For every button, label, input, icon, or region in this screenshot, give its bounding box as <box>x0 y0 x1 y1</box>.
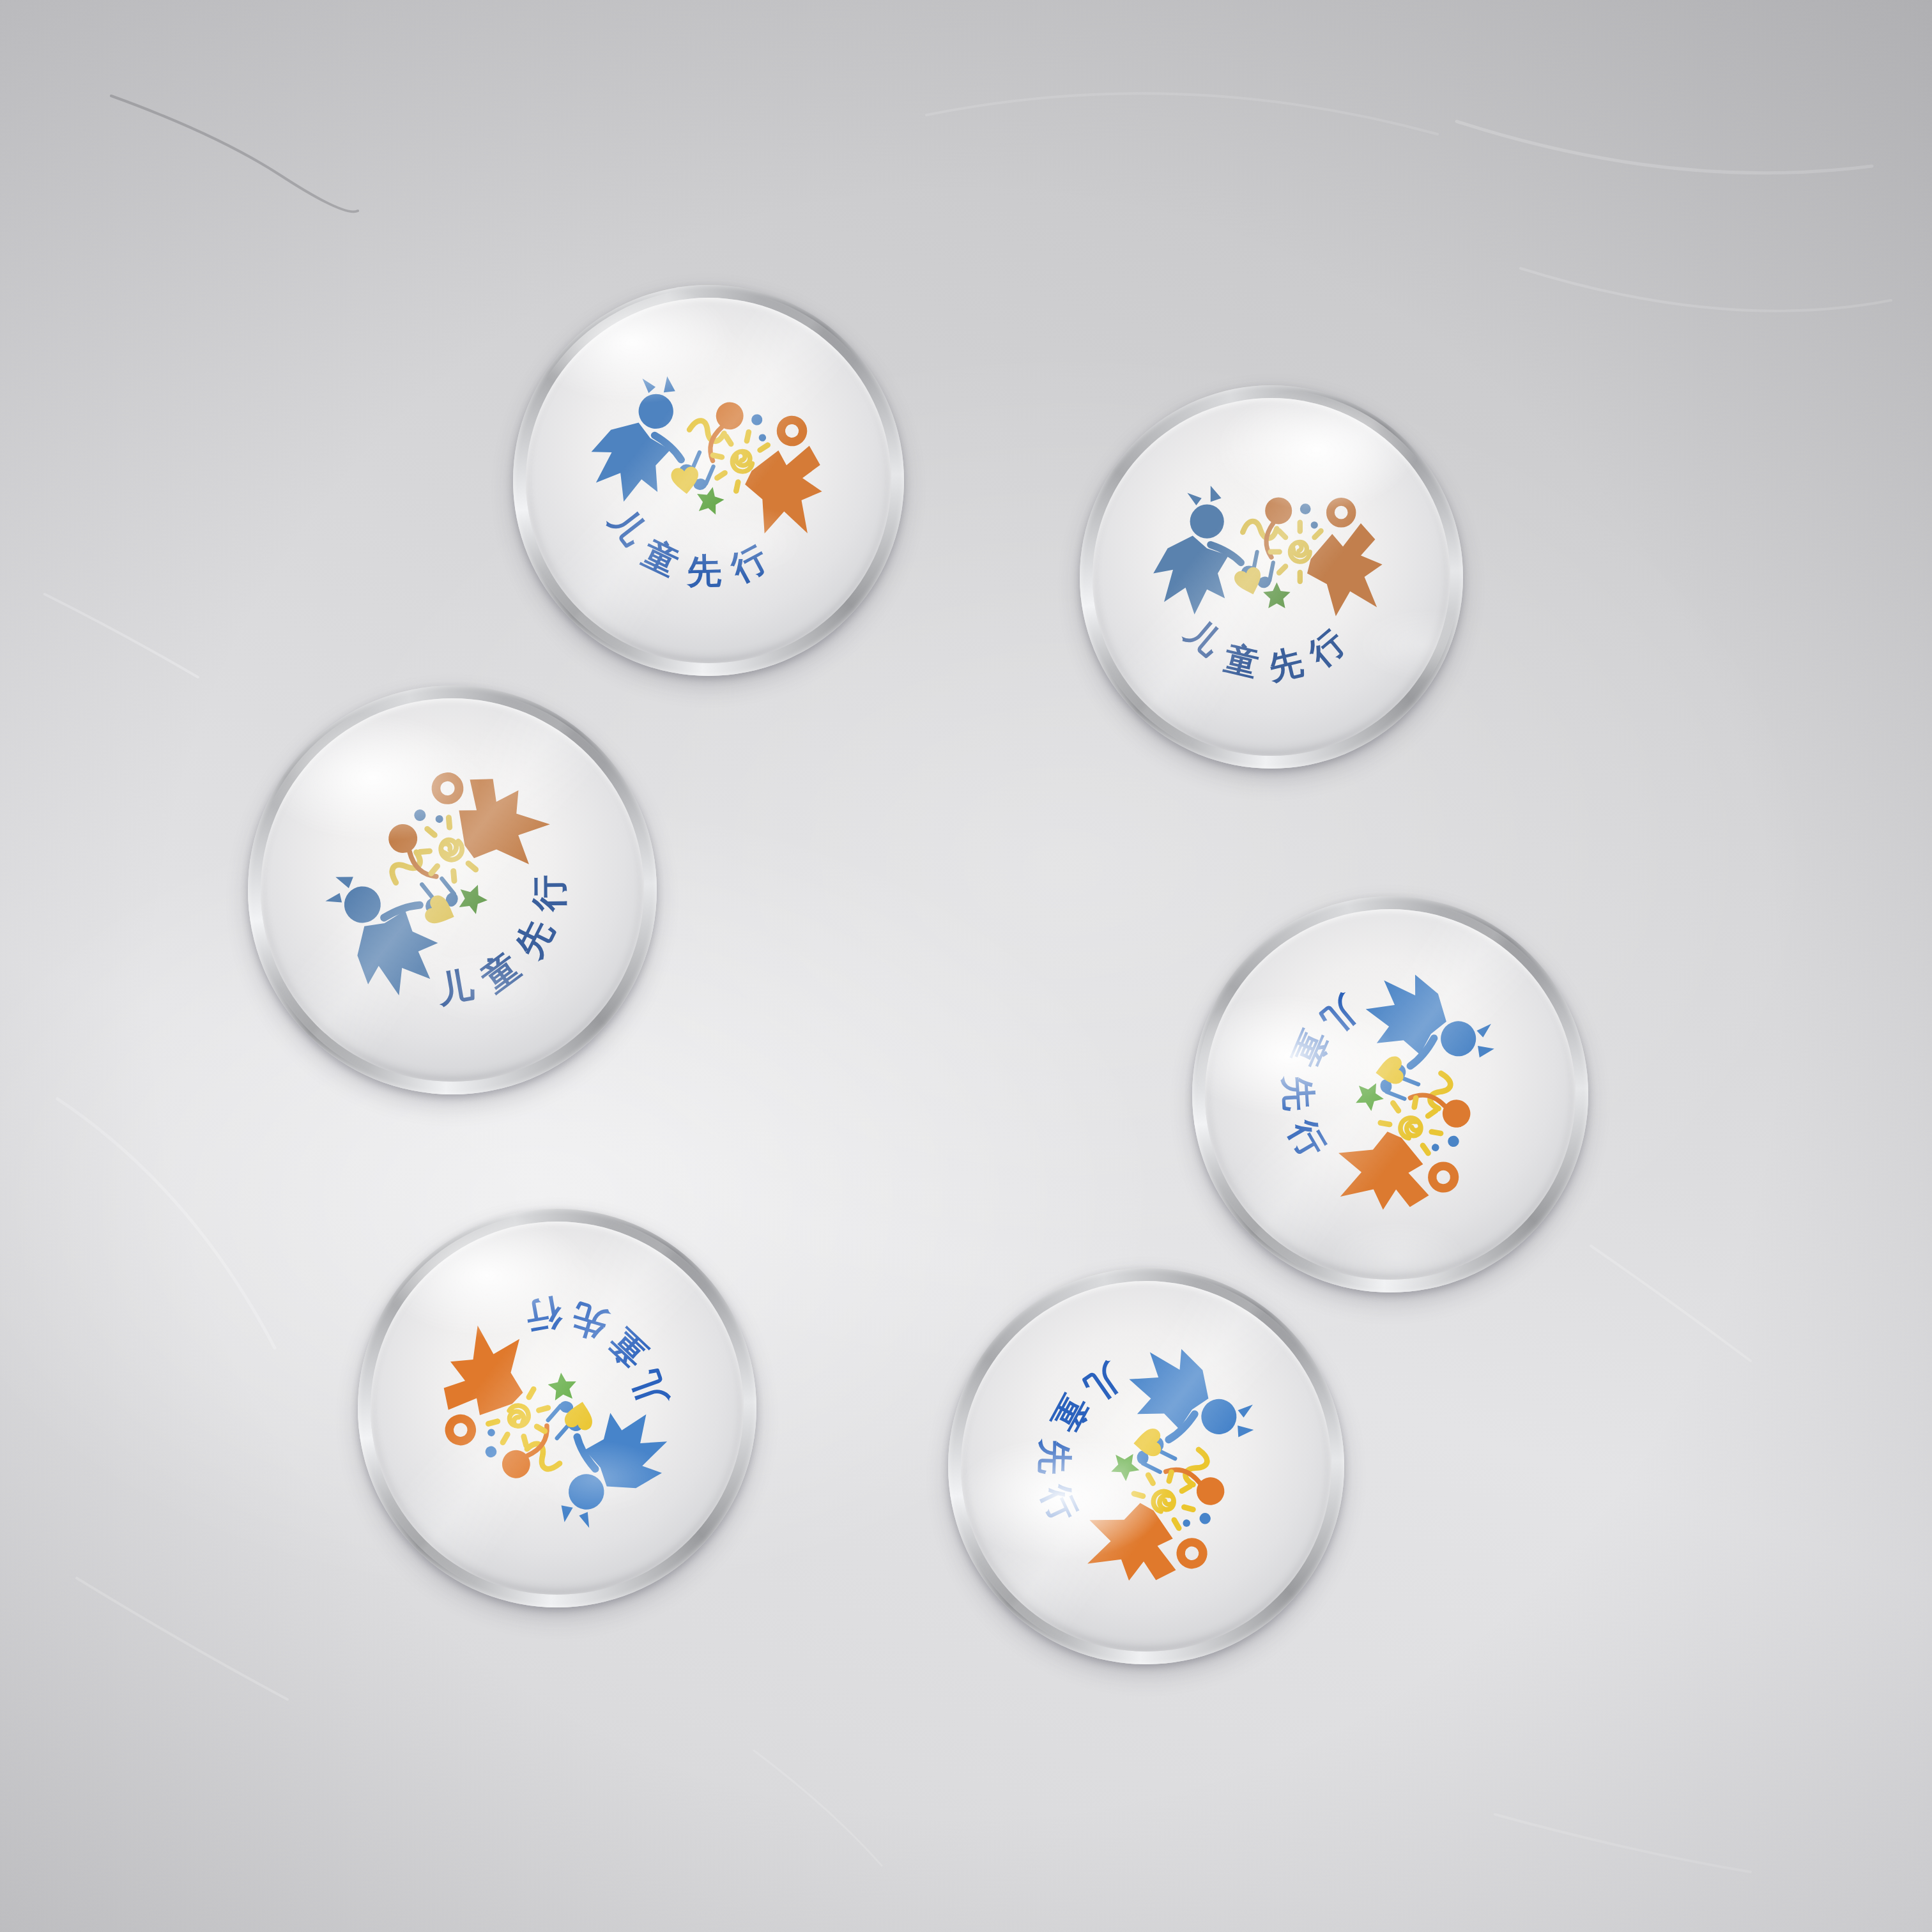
badge-6-art: 儿童先行 <box>919 1239 1373 1693</box>
badge-2-art: 儿童先行 <box>1092 398 1450 756</box>
svg-text:儿童先行: 儿童先行 <box>1177 611 1365 689</box>
photo-table-surface: 儿童先行 儿童先行 儿童先行 <box>0 0 1932 1932</box>
badge-label: 儿童先行 <box>491 1259 700 1427</box>
badge-label: 儿童先行 <box>416 837 608 1043</box>
badge-4-art: 儿童先行 <box>1176 880 1605 1309</box>
badge-logo <box>1153 486 1382 616</box>
badge-1-art: 儿童先行 <box>492 264 925 697</box>
badge-3-art: 儿童先行 <box>182 620 722 1160</box>
svg-text:儿童先行: 儿童先行 <box>1010 1342 1137 1551</box>
badge-2: 儿童先行 <box>1080 385 1463 769</box>
badge-5-art: 儿童先行 <box>302 1153 812 1663</box>
badge-4: 儿童先行 <box>1192 896 1588 1292</box>
badge-5: 儿童先行 <box>358 1209 756 1607</box>
badge-6: 儿童先行 <box>948 1268 1344 1664</box>
badge-label: 儿童先行 <box>1177 611 1365 689</box>
badge-3: 儿童先行 <box>248 686 657 1094</box>
badge-label: 儿童先行 <box>1010 1342 1137 1551</box>
svg-text:儿童先行: 儿童先行 <box>416 837 608 1043</box>
badge-logo <box>1330 967 1505 1223</box>
badge-1: 儿童先行 <box>513 285 904 676</box>
svg-text:儿童先行: 儿童先行 <box>491 1259 700 1427</box>
